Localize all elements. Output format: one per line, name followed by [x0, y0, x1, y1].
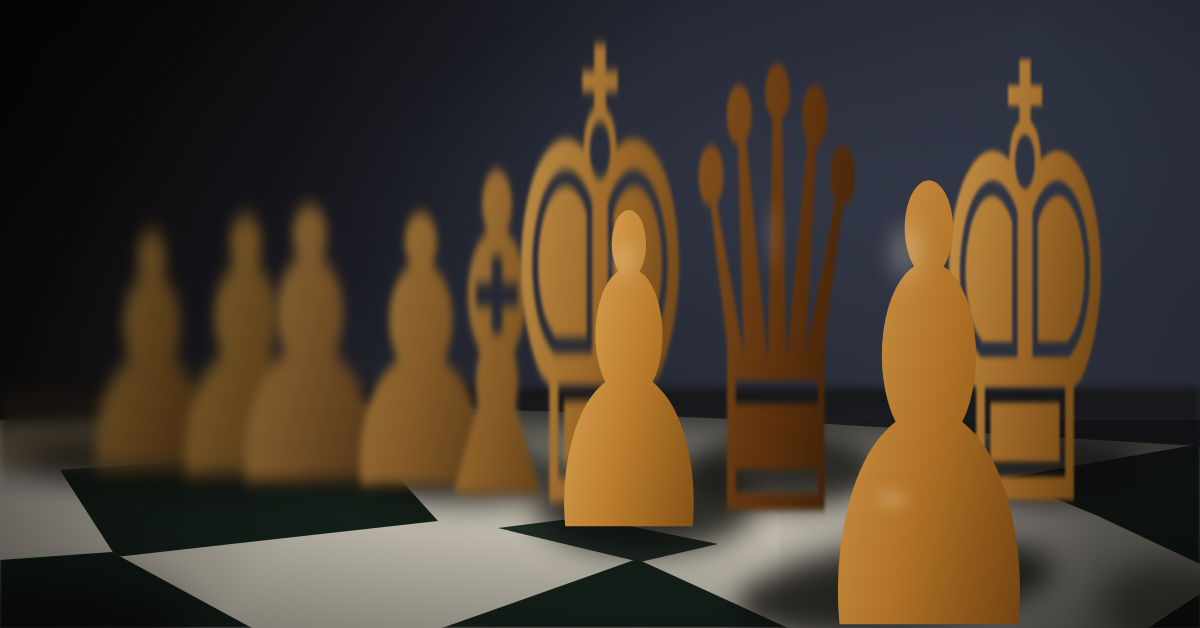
- piece-pawn-foreground: ♟: [793, 110, 1066, 628]
- gloss-focus-pawn-head: [598, 225, 650, 297]
- gloss-front-pawn-head: [868, 195, 943, 310]
- gloss-queen-neck: [758, 170, 786, 300]
- chess-still-life-photo: ♟♟♟♟♝♚♛♚♟♟: [0, 0, 1200, 628]
- gloss-front-pawn-base: [860, 478, 925, 520]
